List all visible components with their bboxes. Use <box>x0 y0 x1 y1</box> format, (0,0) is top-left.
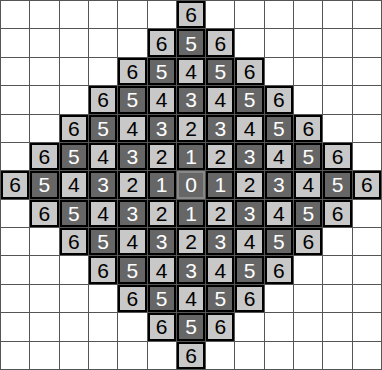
cell-r9-c2 <box>60 256 88 283</box>
cell-r11-c6: 5 <box>177 313 205 340</box>
cell-r0-c1 <box>30 1 58 28</box>
cell-r8-c1 <box>30 228 58 255</box>
cell-r9-c12 <box>353 256 381 283</box>
cell-r0-c12 <box>353 1 381 28</box>
cell-r9-c10 <box>294 256 322 283</box>
cell-r5-c4: 3 <box>118 143 146 170</box>
cell-r0-c6: 6 <box>177 1 205 28</box>
cell-r3-c1 <box>30 86 58 113</box>
cell-r2-c10 <box>294 58 322 85</box>
cell-r7-c12 <box>353 200 381 227</box>
cell-r4-c7: 3 <box>206 115 234 142</box>
cell-r6-c10: 4 <box>294 171 322 198</box>
cell-r3-c6: 3 <box>177 86 205 113</box>
cell-r6-c9: 3 <box>265 171 293 198</box>
cell-r12-c5 <box>148 342 176 369</box>
center-cell: 0 <box>177 171 205 198</box>
cell-r7-c1: 6 <box>30 200 58 227</box>
cell-r10-c7: 5 <box>206 285 234 312</box>
cell-r3-c9: 6 <box>265 86 293 113</box>
cell-r2-c5: 5 <box>148 58 176 85</box>
cell-r0-c7 <box>206 1 234 28</box>
cell-r8-c11 <box>323 228 351 255</box>
cell-r4-c11 <box>323 115 351 142</box>
cell-r5-c8: 3 <box>235 143 263 170</box>
cell-r11-c7: 6 <box>206 313 234 340</box>
cell-r0-c5 <box>148 1 176 28</box>
cell-r12-c3 <box>89 342 117 369</box>
cell-r11-c10 <box>294 313 322 340</box>
cell-r2-c11 <box>323 58 351 85</box>
cell-r0-c10 <box>294 1 322 28</box>
cell-r1-c11 <box>323 29 351 56</box>
cell-r3-c4: 5 <box>118 86 146 113</box>
cell-r11-c3 <box>89 313 117 340</box>
cell-r10-c3 <box>89 285 117 312</box>
cell-r11-c5: 6 <box>148 313 176 340</box>
cell-r9-c5: 4 <box>148 256 176 283</box>
cell-r0-c8 <box>235 1 263 28</box>
cell-r6-c2: 4 <box>60 171 88 198</box>
cell-r0-c9 <box>265 1 293 28</box>
cell-r1-c9 <box>265 29 293 56</box>
cell-r3-c11 <box>323 86 351 113</box>
cell-r6-c8: 2 <box>235 171 263 198</box>
cell-r4-c0 <box>1 115 29 142</box>
cell-r10-c5: 5 <box>148 285 176 312</box>
cell-r1-c0 <box>1 29 29 56</box>
cell-r10-c4: 6 <box>118 285 146 312</box>
cell-r0-c11 <box>323 1 351 28</box>
cell-r1-c2 <box>60 29 88 56</box>
cell-r4-c12 <box>353 115 381 142</box>
cell-r8-c10: 6 <box>294 228 322 255</box>
cell-r8-c9: 5 <box>265 228 293 255</box>
cell-r4-c5: 3 <box>148 115 176 142</box>
cell-r1-c6: 5 <box>177 29 205 56</box>
cell-r1-c10 <box>294 29 322 56</box>
cell-r4-c10: 6 <box>294 115 322 142</box>
cell-r3-c10 <box>294 86 322 113</box>
cell-r10-c12 <box>353 285 381 312</box>
cell-r11-c1 <box>30 313 58 340</box>
cell-r3-c0 <box>1 86 29 113</box>
cell-r7-c0 <box>1 200 29 227</box>
cell-r3-c8: 5 <box>235 86 263 113</box>
cell-r12-c4 <box>118 342 146 369</box>
cell-r1-c3 <box>89 29 117 56</box>
cell-r10-c6: 4 <box>177 285 205 312</box>
cell-r10-c10 <box>294 285 322 312</box>
cell-r12-c1 <box>30 342 58 369</box>
cell-r5-c2: 5 <box>60 143 88 170</box>
cell-r10-c11 <box>323 285 351 312</box>
cell-r8-c3: 5 <box>89 228 117 255</box>
cell-r5-c12 <box>353 143 381 170</box>
cell-r12-c7 <box>206 342 234 369</box>
cell-r5-c10: 5 <box>294 143 322 170</box>
cell-r7-c9: 4 <box>265 200 293 227</box>
cell-r2-c3 <box>89 58 117 85</box>
cell-r8-c2: 6 <box>60 228 88 255</box>
cell-r8-c4: 4 <box>118 228 146 255</box>
cell-r9-c1 <box>30 256 58 283</box>
cell-r0-c3 <box>89 1 117 28</box>
cell-r6-c0: 6 <box>1 171 29 198</box>
cell-r4-c8: 4 <box>235 115 263 142</box>
cell-r12-c0 <box>1 342 29 369</box>
cell-r0-c2 <box>60 1 88 28</box>
cell-r2-c2 <box>60 58 88 85</box>
cell-r11-c8 <box>235 313 263 340</box>
cell-r1-c12 <box>353 29 381 56</box>
cell-r7-c10: 5 <box>294 200 322 227</box>
cell-r12-c6: 6 <box>177 342 205 369</box>
cell-r4-c2: 6 <box>60 115 88 142</box>
cell-r4-c9: 5 <box>265 115 293 142</box>
cell-r2-c1 <box>30 58 58 85</box>
cell-r3-c5: 4 <box>148 86 176 113</box>
cell-r7-c2: 5 <box>60 200 88 227</box>
cell-r2-c4: 6 <box>118 58 146 85</box>
cell-r3-c12 <box>353 86 381 113</box>
cell-r4-c1 <box>30 115 58 142</box>
cell-r10-c9 <box>265 285 293 312</box>
cell-r9-c11 <box>323 256 351 283</box>
cell-r1-c5: 6 <box>148 29 176 56</box>
cell-r6-c3: 3 <box>89 171 117 198</box>
cell-r5-c5: 2 <box>148 143 176 170</box>
cell-r1-c1 <box>30 29 58 56</box>
cell-r3-c7: 4 <box>206 86 234 113</box>
cell-r12-c2 <box>60 342 88 369</box>
cell-r8-c6: 2 <box>177 228 205 255</box>
cell-r7-c3: 4 <box>89 200 117 227</box>
cell-r5-c6: 1 <box>177 143 205 170</box>
cell-r6-c12: 6 <box>353 171 381 198</box>
cell-r2-c8: 6 <box>235 58 263 85</box>
cell-r8-c12 <box>353 228 381 255</box>
cell-r9-c6: 3 <box>177 256 205 283</box>
cell-r5-c1: 6 <box>30 143 58 170</box>
cell-r9-c4: 5 <box>118 256 146 283</box>
cell-r2-c0 <box>1 58 29 85</box>
cell-r8-c0 <box>1 228 29 255</box>
cell-r12-c12 <box>353 342 381 369</box>
cell-r9-c3: 6 <box>89 256 117 283</box>
cell-r10-c2 <box>60 285 88 312</box>
cell-r5-c0 <box>1 143 29 170</box>
cell-r7-c5: 2 <box>148 200 176 227</box>
cell-r8-c8: 4 <box>235 228 263 255</box>
cell-r2-c6: 4 <box>177 58 205 85</box>
cell-r9-c7: 4 <box>206 256 234 283</box>
cell-r11-c11 <box>323 313 351 340</box>
cell-r3-c3: 6 <box>89 86 117 113</box>
cell-r4-c3: 5 <box>89 115 117 142</box>
cell-r5-c9: 4 <box>265 143 293 170</box>
cell-r0-c4 <box>118 1 146 28</box>
cell-r3-c2 <box>60 86 88 113</box>
cell-r12-c11 <box>323 342 351 369</box>
cell-r6-c5: 1 <box>148 171 176 198</box>
cell-r1-c4 <box>118 29 146 56</box>
cell-r4-c6: 2 <box>177 115 205 142</box>
cell-r7-c6: 1 <box>177 200 205 227</box>
cell-r12-c8 <box>235 342 263 369</box>
cell-r12-c9 <box>265 342 293 369</box>
cell-r10-c0 <box>1 285 29 312</box>
cell-r12-c10 <box>294 342 322 369</box>
cell-r6-c1: 5 <box>30 171 58 198</box>
cell-r6-c4: 2 <box>118 171 146 198</box>
cell-r11-c9 <box>265 313 293 340</box>
cell-r4-c4: 4 <box>118 115 146 142</box>
cell-r11-c12 <box>353 313 381 340</box>
cell-r1-c8 <box>235 29 263 56</box>
cell-r9-c9: 6 <box>265 256 293 283</box>
cell-r11-c2 <box>60 313 88 340</box>
cell-r5-c3: 4 <box>89 143 117 170</box>
cell-r7-c11: 6 <box>323 200 351 227</box>
cell-r0-c0 <box>1 1 29 28</box>
cell-r7-c8: 3 <box>235 200 263 227</box>
cell-r5-c11: 6 <box>323 143 351 170</box>
cell-r6-c7: 1 <box>206 171 234 198</box>
cell-r10-c1 <box>30 285 58 312</box>
board: 6656654566543456654323456654321234566543… <box>0 0 382 370</box>
cell-r8-c5: 3 <box>148 228 176 255</box>
cell-r11-c0 <box>1 313 29 340</box>
cell-r1-c7: 6 <box>206 29 234 56</box>
cell-r7-c4: 3 <box>118 200 146 227</box>
cell-r9-c0 <box>1 256 29 283</box>
cell-r11-c4 <box>118 313 146 340</box>
cell-r9-c8: 5 <box>235 256 263 283</box>
cell-r2-c9 <box>265 58 293 85</box>
cell-r10-c8: 6 <box>235 285 263 312</box>
cell-r8-c7: 3 <box>206 228 234 255</box>
cell-r6-c11: 5 <box>323 171 351 198</box>
cell-r5-c7: 2 <box>206 143 234 170</box>
cell-r2-c12 <box>353 58 381 85</box>
cell-r2-c7: 5 <box>206 58 234 85</box>
cell-r7-c7: 2 <box>206 200 234 227</box>
